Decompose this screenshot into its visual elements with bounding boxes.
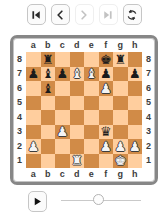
black-bishop: ♝ <box>42 67 54 80</box>
play-icon <box>32 196 43 207</box>
skip-to-end-icon <box>102 9 114 21</box>
square-e8 <box>84 52 99 67</box>
square-a2: ♟ <box>26 139 41 154</box>
square-c7: ♟ <box>55 67 70 82</box>
square-g2: ♟ <box>113 139 128 154</box>
square-d8 <box>70 52 85 67</box>
square-e7: ♝ <box>84 67 99 82</box>
slider-thumb[interactable] <box>93 194 104 205</box>
square-d6 <box>70 81 85 96</box>
square-a4 <box>26 110 41 125</box>
square-h1 <box>128 154 143 169</box>
square-h3 <box>128 125 143 140</box>
square-b1 <box>41 154 56 169</box>
square-a3 <box>26 125 41 140</box>
coord-label-f: f <box>99 39 114 52</box>
square-h6 <box>128 81 143 96</box>
square-a6 <box>26 81 41 96</box>
square-g5 <box>113 96 128 111</box>
square-b5 <box>41 96 56 111</box>
coord-label-b: b <box>41 168 56 181</box>
coord-label-d: d <box>70 39 85 52</box>
coord-label-3: 3 <box>142 125 155 140</box>
rotate-icon <box>126 9 138 21</box>
coord-label-8: 8 <box>13 52 26 67</box>
first-move-button[interactable] <box>27 4 46 25</box>
square-d5 <box>70 96 85 111</box>
square-f3: ♛ <box>99 125 114 140</box>
coord-label-1: 1 <box>13 154 26 169</box>
coord-label-c: c <box>55 39 70 52</box>
coord-label-6: 6 <box>13 81 26 96</box>
square-c2 <box>55 139 70 154</box>
black-rook: ♜ <box>114 53 126 66</box>
coord-label-c: c <box>55 168 70 181</box>
coord-label-2: 2 <box>13 139 26 154</box>
white-pawn: ♟ <box>114 140 126 153</box>
square-b4 <box>41 110 56 125</box>
coord-label-e: e <box>84 39 99 52</box>
square-c6 <box>55 81 70 96</box>
chess-board-frame: abcdefgh 87654321 ♜♚♜♟♝♟♝♝♟♟♝♟♟♛♟♟♟♟♜♚ 8… <box>10 35 158 185</box>
play-button[interactable] <box>28 191 47 212</box>
coord-label-f: f <box>99 168 114 181</box>
square-d2 <box>70 139 85 154</box>
chevron-left-icon <box>54 9 66 21</box>
square-g4 <box>113 110 128 125</box>
coord-label-b: b <box>41 39 56 52</box>
rank-labels-right: 87654321 <box>142 52 155 168</box>
square-a7: ♟ <box>26 67 41 82</box>
square-b6: ♝ <box>41 81 56 96</box>
white-pawn: ♟ <box>129 140 141 153</box>
next-move-button[interactable] <box>75 4 94 25</box>
square-f6: ♟ <box>99 81 114 96</box>
square-f4 <box>99 110 114 125</box>
white-rook: ♜ <box>71 154 83 167</box>
square-g8: ♜ <box>113 52 128 67</box>
square-c5 <box>55 96 70 111</box>
coord-label-7: 7 <box>13 67 26 82</box>
square-c1 <box>55 154 70 169</box>
square-f1 <box>99 154 114 169</box>
coord-label-g: g <box>113 168 128 181</box>
black-pawn: ♟ <box>100 67 112 80</box>
square-e5 <box>84 96 99 111</box>
previous-move-button[interactable] <box>51 4 70 25</box>
square-b2 <box>41 139 56 154</box>
coord-label-a: a <box>26 39 41 52</box>
square-h2: ♟ <box>128 139 143 154</box>
square-a1 <box>26 154 41 169</box>
coord-label-4: 4 <box>13 110 26 125</box>
playback-speed-slider[interactable] <box>61 193 141 207</box>
square-b3 <box>41 125 56 140</box>
white-bishop: ♝ <box>71 67 83 80</box>
black-bishop: ♝ <box>42 82 54 95</box>
file-labels-top: abcdefgh <box>26 39 142 52</box>
square-b7: ♝ <box>41 67 56 82</box>
square-e3 <box>84 125 99 140</box>
square-h7: ♟ <box>128 67 143 82</box>
coord-label-7: 7 <box>142 67 155 82</box>
black-queen: ♛ <box>100 125 112 138</box>
square-g6 <box>113 81 128 96</box>
square-f7: ♟ <box>99 67 114 82</box>
square-c4 <box>55 110 70 125</box>
black-king: ♚ <box>100 53 112 66</box>
square-c8 <box>55 52 70 67</box>
square-g7 <box>113 67 128 82</box>
square-e6 <box>84 81 99 96</box>
black-rook: ♜ <box>42 53 54 66</box>
board-squares: ♜♚♜♟♝♟♝♝♟♟♝♟♟♛♟♟♟♟♜♚ <box>26 52 142 168</box>
coord-label-e: e <box>84 168 99 181</box>
coord-label-d: d <box>70 168 85 181</box>
black-pawn: ♟ <box>27 67 39 80</box>
square-g1: ♚ <box>113 154 128 169</box>
coord-label-5: 5 <box>142 96 155 111</box>
coord-label-4: 4 <box>142 110 155 125</box>
square-d7: ♝ <box>70 67 85 82</box>
square-a8 <box>26 52 41 67</box>
file-labels-bottom: abcdefgh <box>26 168 142 181</box>
flip-board-button[interactable] <box>123 4 142 25</box>
white-pawn: ♟ <box>27 140 39 153</box>
white-bishop: ♝ <box>85 67 97 80</box>
black-pawn: ♟ <box>56 67 68 80</box>
coord-label-h: h <box>128 39 143 52</box>
square-h5 <box>128 96 143 111</box>
rank-labels-left: 87654321 <box>13 52 26 168</box>
coord-label-1: 1 <box>142 154 155 169</box>
coord-label-2: 2 <box>142 139 155 154</box>
square-d3 <box>70 125 85 140</box>
coord-label-a: a <box>26 168 41 181</box>
chevron-right-icon <box>78 9 90 21</box>
square-e2 <box>84 139 99 154</box>
white-pawn: ♟ <box>100 82 112 95</box>
square-h8 <box>128 52 143 67</box>
coord-label-6: 6 <box>142 81 155 96</box>
white-pawn: ♟ <box>56 125 68 138</box>
black-pawn: ♟ <box>129 67 141 80</box>
square-h4 <box>128 110 143 125</box>
square-a5 <box>26 96 41 111</box>
coord-label-g: g <box>113 39 128 52</box>
square-e1 <box>84 154 99 169</box>
square-e4 <box>84 110 99 125</box>
square-c3: ♟ <box>55 125 70 140</box>
square-f8: ♚ <box>99 52 114 67</box>
coord-label-5: 5 <box>13 96 26 111</box>
square-f5 <box>99 96 114 111</box>
square-f2: ♟ <box>99 139 114 154</box>
skip-to-start-icon <box>30 9 42 21</box>
last-move-button[interactable] <box>99 4 118 25</box>
coord-label-3: 3 <box>13 125 26 140</box>
coord-label-8: 8 <box>142 52 155 67</box>
square-d1: ♜ <box>70 154 85 169</box>
white-king: ♚ <box>114 154 126 167</box>
square-g3 <box>113 125 128 140</box>
white-pawn: ♟ <box>100 140 112 153</box>
move-navigation-toolbar <box>0 4 168 25</box>
coord-label-h: h <box>128 168 143 181</box>
square-b8: ♜ <box>41 52 56 67</box>
square-d4 <box>70 110 85 125</box>
